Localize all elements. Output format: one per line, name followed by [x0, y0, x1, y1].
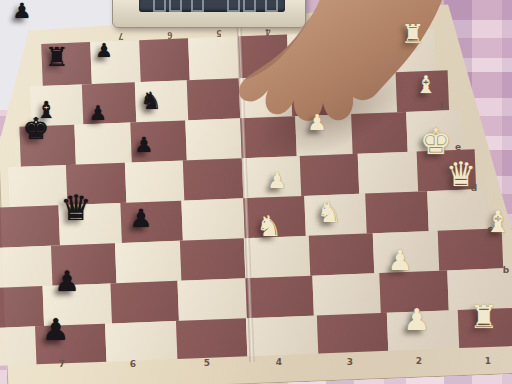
file-label-f: f	[440, 101, 444, 111]
square-d2[interactable]	[365, 191, 428, 233]
black-pawn-g7[interactable]: ♟	[89, 103, 107, 123]
black-king-f8[interactable]: ♚	[23, 114, 50, 144]
rank-label-near-3: 3	[347, 357, 353, 367]
white-queen-d1[interactable]: ♛	[446, 157, 476, 191]
rank-label-far-3: 3	[314, 25, 320, 34]
white-pawn-b2[interactable]: ♟	[387, 247, 412, 275]
white-pawn-e4[interactable]: ♟	[267, 170, 287, 192]
square-c6[interactable]	[115, 241, 181, 283]
square-a4[interactable]	[246, 316, 318, 357]
black-pawn-h7[interactable]: ♟	[95, 41, 112, 60]
black-pawn-f6[interactable]: ♟	[135, 135, 154, 156]
black-pawn-d6[interactable]: ♟	[130, 206, 152, 231]
rank-label-near-1: 1	[485, 356, 491, 366]
square-a5[interactable]	[175, 318, 247, 359]
rank-label-near-5: 5	[204, 358, 210, 368]
square-d5[interactable]	[181, 198, 244, 240]
square-f5[interactable]	[185, 118, 242, 160]
black-queen-d7[interactable]: ♛	[60, 191, 91, 226]
clock-display	[139, 0, 285, 12]
square-f7[interactable]	[75, 123, 132, 165]
square-h6[interactable]	[139, 38, 190, 82]
square-c8[interactable]	[0, 246, 52, 288]
square-e6[interactable]	[125, 161, 185, 203]
square-a6[interactable]	[105, 321, 177, 362]
rank-label-far-5: 5	[216, 28, 222, 37]
black-pawn-a7[interactable]: ♟	[43, 315, 70, 345]
square-b8[interactable]	[0, 286, 44, 329]
square-d1[interactable]	[427, 189, 490, 231]
chess-game-photo: 76543217654321fedcba ♜♟♝♟♚♞♟♛♟♟♟♜♝♚♛♝♞♞♟…	[0, 0, 512, 384]
white-knight-d4[interactable]: ♞	[256, 212, 282, 241]
file-label-e: e	[455, 142, 461, 152]
white-bishop-g2[interactable]: ♝	[415, 73, 437, 97]
square-c3[interactable]	[308, 233, 374, 275]
white-pawn-f4[interactable]: ♟	[307, 112, 327, 134]
rank-label-far-2: 2	[363, 24, 369, 33]
square-e2[interactable]	[358, 152, 418, 194]
rank-label-far-7: 7	[118, 31, 124, 40]
square-h5[interactable]	[189, 36, 240, 80]
white-rook-a1[interactable]: ♜	[470, 301, 499, 333]
square-b5[interactable]	[178, 278, 247, 321]
white-knight-d3[interactable]: ♞	[316, 199, 341, 227]
square-d8[interactable]	[0, 205, 60, 247]
black-rook-h8[interactable]: ♜	[45, 44, 68, 70]
square-e8[interactable]	[8, 165, 68, 207]
rank-label-near-7: 7	[59, 359, 65, 369]
black-pawn-b7[interactable]: ♟	[54, 268, 79, 296]
rank-label-near-2: 2	[416, 356, 422, 366]
square-c5[interactable]	[179, 238, 245, 280]
square-a8[interactable]	[0, 326, 36, 367]
rank-label-near-6: 6	[130, 359, 136, 369]
square-h4[interactable]	[238, 34, 289, 78]
chess-clock[interactable]	[112, 0, 306, 28]
file-label-b: b	[503, 265, 509, 275]
white-bishop-c1[interactable]: ♝	[485, 207, 512, 237]
rank-label-near-4: 4	[276, 357, 282, 367]
white-pawn-a2[interactable]: ♟	[404, 305, 431, 335]
square-a3[interactable]	[316, 313, 388, 354]
square-e5[interactable]	[183, 158, 243, 200]
black-knight-g6[interactable]: ♞	[140, 89, 162, 113]
captured-black-pawn[interactable]: ♟	[13, 1, 32, 22]
rank-label-far-6: 6	[167, 30, 173, 39]
square-b6[interactable]	[110, 281, 179, 324]
white-rook-h1[interactable]: ♜	[401, 21, 424, 47]
square-g5[interactable]	[186, 78, 240, 120]
square-b3[interactable]	[312, 273, 381, 316]
square-b4[interactable]	[245, 276, 314, 319]
